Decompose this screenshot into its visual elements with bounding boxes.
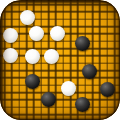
stone-white [3,48,18,63]
stone-white [3,28,18,43]
go-board [0,0,120,120]
stone-white [20,10,35,25]
stone-white [44,49,59,64]
gomoku-app-icon[interactable] [0,0,120,120]
stone-white [50,26,65,41]
stone-black [75,36,90,51]
stone-white [29,26,44,41]
stone-black [41,92,56,107]
stone-black [75,97,90,112]
stone-white [61,81,76,96]
stone-black [25,74,40,89]
stones-layer [0,0,120,120]
stone-white [25,49,40,64]
screen-background [0,0,120,120]
stone-black [82,64,97,79]
stone-black [100,82,115,97]
